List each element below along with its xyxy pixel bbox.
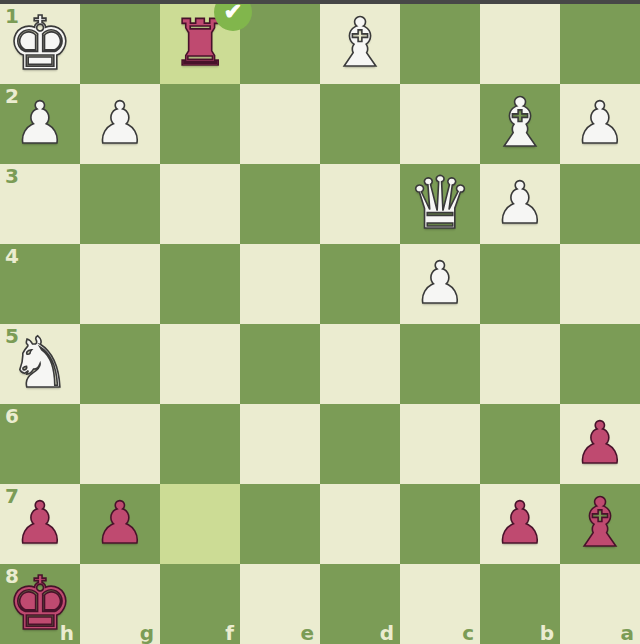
file-label-d: d bbox=[380, 622, 394, 644]
square-f2[interactable] bbox=[160, 84, 240, 164]
red-bishop-a7[interactable]: ♝ bbox=[560, 484, 640, 564]
square-g5[interactable] bbox=[80, 324, 160, 404]
red-king-h8[interactable]: ♚ bbox=[0, 564, 80, 644]
square-b3[interactable]: ♟ bbox=[480, 164, 560, 244]
square-c3[interactable]: ♛ bbox=[400, 164, 480, 244]
square-g2[interactable]: ♟ bbox=[80, 84, 160, 164]
white-pawn-a2[interactable]: ♟ bbox=[560, 84, 640, 164]
square-d8[interactable]: d bbox=[320, 564, 400, 644]
square-c8[interactable]: c bbox=[400, 564, 480, 644]
square-e6[interactable] bbox=[240, 404, 320, 484]
square-g8[interactable]: g bbox=[80, 564, 160, 644]
chess-board: 1♚♜♝2♟♟♝♟3♛♟4♟5♞6♟7♟♟♟♝8h♚gfedcba✔ bbox=[0, 4, 640, 644]
square-e5[interactable] bbox=[240, 324, 320, 404]
square-d3[interactable] bbox=[320, 164, 400, 244]
square-h2[interactable]: 2♟ bbox=[0, 84, 80, 164]
square-f8[interactable]: f bbox=[160, 564, 240, 644]
square-e7[interactable] bbox=[240, 484, 320, 564]
square-g6[interactable] bbox=[80, 404, 160, 484]
square-f4[interactable] bbox=[160, 244, 240, 324]
rank-label-3: 3 bbox=[5, 165, 19, 187]
file-label-a: a bbox=[621, 622, 635, 644]
square-h8[interactable]: 8h♚ bbox=[0, 564, 80, 644]
square-a5[interactable] bbox=[560, 324, 640, 404]
square-e4[interactable] bbox=[240, 244, 320, 324]
square-a7[interactable]: ♝ bbox=[560, 484, 640, 564]
white-pawn-b3[interactable]: ♟ bbox=[480, 164, 560, 244]
square-g7[interactable]: ♟ bbox=[80, 484, 160, 564]
file-label-e: e bbox=[300, 622, 314, 644]
rank-label-6: 6 bbox=[5, 405, 19, 427]
square-b4[interactable] bbox=[480, 244, 560, 324]
square-d6[interactable] bbox=[320, 404, 400, 484]
square-d5[interactable] bbox=[320, 324, 400, 404]
top-bar bbox=[0, 0, 640, 4]
square-h7[interactable]: 7♟ bbox=[0, 484, 80, 564]
square-e1[interactable] bbox=[240, 4, 320, 84]
square-c2[interactable] bbox=[400, 84, 480, 164]
white-knight-h5[interactable]: ♞ bbox=[0, 324, 80, 404]
square-c6[interactable] bbox=[400, 404, 480, 484]
file-label-g: g bbox=[140, 622, 154, 644]
rank-label-4: 4 bbox=[5, 245, 19, 267]
square-h6[interactable]: 6 bbox=[0, 404, 80, 484]
square-b2[interactable]: ♝ bbox=[480, 84, 560, 164]
square-f7[interactable] bbox=[160, 484, 240, 564]
square-c5[interactable] bbox=[400, 324, 480, 404]
square-g4[interactable] bbox=[80, 244, 160, 324]
square-b7[interactable]: ♟ bbox=[480, 484, 560, 564]
square-c7[interactable] bbox=[400, 484, 480, 564]
checkmark-icon: ✔ bbox=[224, 0, 242, 31]
white-bishop-b2[interactable]: ♝ bbox=[480, 84, 560, 164]
square-h5[interactable]: 5♞ bbox=[0, 324, 80, 404]
square-g3[interactable] bbox=[80, 164, 160, 244]
red-pawn-b7[interactable]: ♟ bbox=[480, 484, 560, 564]
white-pawn-c4[interactable]: ♟ bbox=[400, 244, 480, 324]
square-g1[interactable] bbox=[80, 4, 160, 84]
square-b1[interactable] bbox=[480, 4, 560, 84]
file-label-f: f bbox=[225, 622, 234, 644]
square-f6[interactable] bbox=[160, 404, 240, 484]
file-label-c: c bbox=[462, 622, 474, 644]
file-label-b: b bbox=[540, 622, 554, 644]
red-pawn-a6[interactable]: ♟ bbox=[560, 404, 640, 484]
square-h3[interactable]: 3 bbox=[0, 164, 80, 244]
square-a6[interactable]: ♟ bbox=[560, 404, 640, 484]
square-d4[interactable] bbox=[320, 244, 400, 324]
square-e3[interactable] bbox=[240, 164, 320, 244]
square-a3[interactable] bbox=[560, 164, 640, 244]
square-e2[interactable] bbox=[240, 84, 320, 164]
square-c4[interactable]: ♟ bbox=[400, 244, 480, 324]
square-b8[interactable]: b bbox=[480, 564, 560, 644]
square-d1[interactable]: ♝ bbox=[320, 4, 400, 84]
square-b6[interactable] bbox=[480, 404, 560, 484]
square-f3[interactable] bbox=[160, 164, 240, 244]
square-c1[interactable] bbox=[400, 4, 480, 84]
white-pawn-h2[interactable]: ♟ bbox=[0, 84, 80, 164]
red-pawn-h7[interactable]: ♟ bbox=[0, 484, 80, 564]
square-a2[interactable]: ♟ bbox=[560, 84, 640, 164]
square-a4[interactable] bbox=[560, 244, 640, 324]
square-h4[interactable]: 4 bbox=[0, 244, 80, 324]
square-d7[interactable] bbox=[320, 484, 400, 564]
square-e8[interactable]: e bbox=[240, 564, 320, 644]
square-a1[interactable] bbox=[560, 4, 640, 84]
square-d2[interactable] bbox=[320, 84, 400, 164]
square-f5[interactable] bbox=[160, 324, 240, 404]
white-queen-c3[interactable]: ♛ bbox=[400, 164, 480, 244]
square-h1[interactable]: 1♚ bbox=[0, 4, 80, 84]
red-pawn-g7[interactable]: ♟ bbox=[80, 484, 160, 564]
square-a8[interactable]: a bbox=[560, 564, 640, 644]
white-pawn-g2[interactable]: ♟ bbox=[80, 84, 160, 164]
white-king-h1[interactable]: ♚ bbox=[0, 4, 80, 84]
white-bishop-d1[interactable]: ♝ bbox=[320, 4, 400, 84]
square-b5[interactable] bbox=[480, 324, 560, 404]
